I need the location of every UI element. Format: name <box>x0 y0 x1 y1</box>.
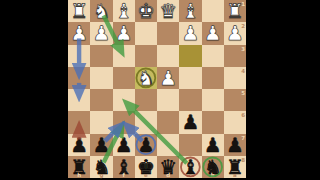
square-f6[interactable] <box>113 111 135 133</box>
black-pawn[interactable]: ♟ <box>224 134 246 156</box>
square-e3[interactable] <box>135 45 157 67</box>
black-pawn[interactable]: ♟ <box>68 134 90 156</box>
black-bishop[interactable]: ♝ <box>113 156 135 178</box>
square-g6[interactable] <box>90 111 112 133</box>
black-queen[interactable]: ♛ <box>157 156 179 178</box>
square-b1[interactable] <box>202 0 224 22</box>
square-a2[interactable]: ♟ <box>224 22 246 44</box>
square-e5[interactable] <box>135 89 157 111</box>
black-pawn[interactable]: ♟ <box>90 134 112 156</box>
square-h8[interactable]: ♜ <box>68 156 90 178</box>
white-rook[interactable]: ♜ <box>224 0 246 22</box>
square-c3[interactable] <box>179 45 201 67</box>
square-a6[interactable] <box>224 111 246 133</box>
square-a8[interactable]: ♜ <box>224 156 246 178</box>
square-b7[interactable]: ♟ <box>202 134 224 156</box>
white-pawn[interactable]: ♟ <box>90 22 112 44</box>
square-f8[interactable]: ♝ <box>113 156 135 178</box>
square-e4[interactable]: ♞ <box>135 67 157 89</box>
square-e7[interactable]: ♟ <box>135 134 157 156</box>
last-move-highlight-c3 <box>179 45 201 67</box>
square-g7[interactable]: ♟ <box>90 134 112 156</box>
square-c7[interactable] <box>179 134 201 156</box>
square-b2[interactable]: ♟ <box>202 22 224 44</box>
square-f5[interactable] <box>113 89 135 111</box>
square-e1[interactable]: ♚ <box>135 0 157 22</box>
square-h6[interactable] <box>68 111 90 133</box>
square-f3[interactable] <box>113 45 135 67</box>
square-h3[interactable] <box>68 45 90 67</box>
square-c5[interactable] <box>179 89 201 111</box>
black-pawn[interactable]: ♟ <box>135 134 157 156</box>
square-e8[interactable]: ♚ <box>135 156 157 178</box>
square-d6[interactable] <box>157 111 179 133</box>
black-rook[interactable]: ♜ <box>68 156 90 178</box>
square-d8[interactable]: ♛ <box>157 156 179 178</box>
square-b8[interactable]: ♞ <box>202 156 224 178</box>
black-rook[interactable]: ♜ <box>224 156 246 178</box>
square-c2[interactable]: ♟ <box>179 22 201 44</box>
white-knight[interactable]: ♞ <box>90 0 112 22</box>
black-pawn[interactable]: ♟ <box>179 111 201 133</box>
square-c8[interactable]: ♝ <box>179 156 201 178</box>
white-pawn[interactable]: ♟ <box>68 22 90 44</box>
black-knight[interactable]: ♞ <box>90 156 112 178</box>
white-king[interactable]: ♚ <box>135 0 157 22</box>
white-rook[interactable]: ♜ <box>68 0 90 22</box>
square-g1[interactable]: ♞ <box>90 0 112 22</box>
square-a3[interactable] <box>224 45 246 67</box>
square-d5[interactable] <box>157 89 179 111</box>
square-c6[interactable]: ♟ <box>179 111 201 133</box>
black-knight[interactable]: ♞ <box>202 156 224 178</box>
white-bishop[interactable]: ♝ <box>179 0 201 22</box>
square-d7[interactable] <box>157 134 179 156</box>
white-pawn[interactable]: ♟ <box>157 67 179 89</box>
square-g8[interactable]: ♞ <box>90 156 112 178</box>
square-a7[interactable]: ♟ <box>224 134 246 156</box>
white-pawn[interactable]: ♟ <box>113 22 135 44</box>
black-pawn[interactable]: ♟ <box>202 134 224 156</box>
square-c4[interactable] <box>179 67 201 89</box>
square-b4[interactable] <box>202 67 224 89</box>
square-f1[interactable]: ♝ <box>113 0 135 22</box>
square-d3[interactable] <box>157 45 179 67</box>
white-pawn[interactable]: ♟ <box>179 22 201 44</box>
square-f4[interactable] <box>113 67 135 89</box>
square-c1[interactable]: ♝ <box>179 0 201 22</box>
white-knight[interactable]: ♞ <box>135 67 157 89</box>
square-f2[interactable]: ♟ <box>113 22 135 44</box>
square-h7[interactable]: ♟ <box>68 134 90 156</box>
black-pawn[interactable]: ♟ <box>113 134 135 156</box>
square-b6[interactable] <box>202 111 224 133</box>
square-a1[interactable]: ♜ <box>224 0 246 22</box>
chess-board[interactable]: ♜♞♝♚♛♝♜♟♟♟♟♟♟♞♟♟♟♟♟♟♟♟♜♞♝♚♛♝♞♜hgfedcba12… <box>68 0 246 178</box>
square-h4[interactable] <box>68 67 90 89</box>
square-b3[interactable] <box>202 45 224 67</box>
white-bishop[interactable]: ♝ <box>113 0 135 22</box>
white-pawn[interactable]: ♟ <box>224 22 246 44</box>
square-d1[interactable]: ♛ <box>157 0 179 22</box>
square-g3[interactable] <box>90 45 112 67</box>
video-frame: ♜♞♝♚♛♝♜♟♟♟♟♟♟♞♟♟♟♟♟♟♟♟♜♞♝♚♛♝♞♜hgfedcba12… <box>0 0 320 180</box>
black-king[interactable]: ♚ <box>135 156 157 178</box>
letterbox-right <box>246 0 320 180</box>
square-a5[interactable] <box>224 89 246 111</box>
square-b5[interactable] <box>202 89 224 111</box>
square-f7[interactable]: ♟ <box>113 134 135 156</box>
black-bishop[interactable]: ♝ <box>179 156 201 178</box>
square-g5[interactable] <box>90 89 112 111</box>
square-d4[interactable]: ♟ <box>157 67 179 89</box>
square-a4[interactable] <box>224 67 246 89</box>
square-e6[interactable] <box>135 111 157 133</box>
square-g4[interactable] <box>90 67 112 89</box>
square-h5[interactable] <box>68 89 90 111</box>
white-queen[interactable]: ♛ <box>157 0 179 22</box>
white-pawn[interactable]: ♟ <box>202 22 224 44</box>
square-e2[interactable] <box>135 22 157 44</box>
square-h2[interactable]: ♟ <box>68 22 90 44</box>
letterbox-left <box>0 0 68 180</box>
square-h1[interactable]: ♜ <box>68 0 90 22</box>
square-g2[interactable]: ♟ <box>90 22 112 44</box>
square-d2[interactable] <box>157 22 179 44</box>
